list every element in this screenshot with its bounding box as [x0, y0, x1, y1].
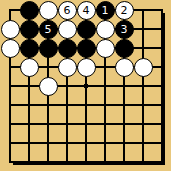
- stone-white[interactable]: [96, 39, 115, 58]
- stone-white-move-4[interactable]: 4: [77, 1, 96, 20]
- stone-black-move-5[interactable]: 5: [39, 20, 58, 39]
- grid-line-horizontal: [10, 142, 162, 144]
- star-point: [84, 84, 88, 88]
- move-number-label: 1: [102, 5, 109, 16]
- stone-black[interactable]: [115, 39, 134, 58]
- stone-white-move-2[interactable]: 2: [115, 1, 134, 20]
- grid-line-vertical: [142, 10, 144, 162]
- stone-black-move-3[interactable]: 3: [115, 20, 134, 39]
- stone-white-move-6[interactable]: 6: [58, 1, 77, 20]
- stone-black[interactable]: [39, 39, 58, 58]
- stone-white[interactable]: [39, 1, 58, 20]
- stone-white[interactable]: [77, 58, 96, 77]
- go-board[interactable]: 641253: [0, 0, 171, 171]
- stone-white[interactable]: [39, 77, 58, 96]
- stone-white[interactable]: [96, 20, 115, 39]
- move-number-label: 6: [64, 5, 71, 16]
- grid-line-horizontal: [10, 104, 162, 106]
- stone-white[interactable]: [58, 20, 77, 39]
- stone-black-move-1[interactable]: 1: [96, 1, 115, 20]
- stone-black[interactable]: [20, 39, 39, 58]
- stone-black[interactable]: [58, 39, 77, 58]
- grid-line-horizontal: [10, 123, 162, 125]
- stone-white[interactable]: [115, 58, 134, 77]
- stone-black[interactable]: [20, 1, 39, 20]
- move-number-label: 2: [121, 5, 128, 16]
- stone-white[interactable]: [1, 39, 20, 58]
- stone-black[interactable]: [77, 20, 96, 39]
- move-number-label: 3: [121, 24, 128, 35]
- stone-white[interactable]: [1, 20, 20, 39]
- stone-white[interactable]: [134, 58, 153, 77]
- stone-black[interactable]: [77, 39, 96, 58]
- stone-white[interactable]: [58, 58, 77, 77]
- stone-white[interactable]: [20, 58, 39, 77]
- move-number-label: 5: [45, 24, 52, 35]
- stone-black[interactable]: [20, 20, 39, 39]
- move-number-label: 4: [83, 5, 90, 16]
- go-diagram: 641253: [0, 0, 171, 171]
